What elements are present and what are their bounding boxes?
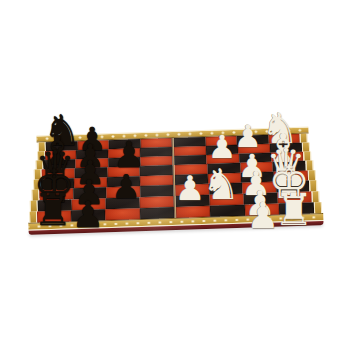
chess-piece-white-p-f7[interactable]: ♟ xyxy=(208,131,237,163)
chess-piece-white-p-e3[interactable]: ♟ xyxy=(175,171,205,205)
chess-piece-white-r-h1[interactable]: ♜ xyxy=(274,188,313,232)
chess-piece-black-r-a1[interactable]: ♜ xyxy=(33,188,72,232)
product-photo-scene: ♞♞♟♟♟♝♝♟♟♟♛♛♟♟♟♚♟♞♚♟♟♜♜♟♟ xyxy=(0,0,350,350)
chess-piece-black-p-c3[interactable]: ♟ xyxy=(111,170,141,203)
board-border-right xyxy=(313,202,321,214)
board-square-c1[interactable] xyxy=(105,208,140,220)
chess-piece-white-p-g1[interactable]: ♟ xyxy=(247,198,279,234)
board-square-d1[interactable] xyxy=(140,207,175,219)
chess-piece-white-n-f3[interactable]: ♞ xyxy=(202,164,240,206)
chess-piece-black-p-b1[interactable]: ♟ xyxy=(72,197,104,233)
